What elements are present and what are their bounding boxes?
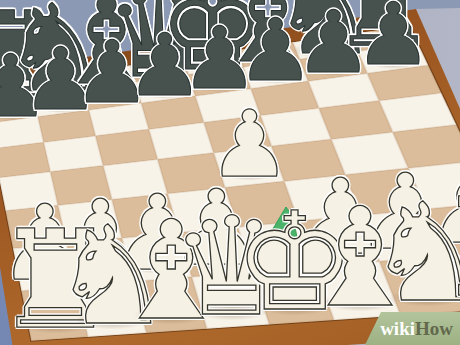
square-a4[interactable] [0, 172, 58, 211]
square-a3[interactable] [6, 205, 67, 248]
chess-board[interactable] [0, 25, 460, 342]
square-b4[interactable] [50, 166, 112, 206]
illustration-canvas: ♜♞♝♛♚♝♞♜♟♟♟♟♟♟♟♟♟♟♟♟♟♟♟♟♜♞♝♛♚♝♞♜ wikiHow [0, 0, 460, 345]
move-arrow-icon [271, 207, 311, 273]
wikihow-watermark: wikiHow [365, 312, 460, 345]
square-b3[interactable] [58, 199, 122, 243]
watermark-wiki-text: wiki [380, 318, 415, 340]
square-c4[interactable] [103, 159, 167, 199]
square-a2[interactable] [13, 243, 76, 291]
watermark-how-text: How [415, 318, 453, 340]
